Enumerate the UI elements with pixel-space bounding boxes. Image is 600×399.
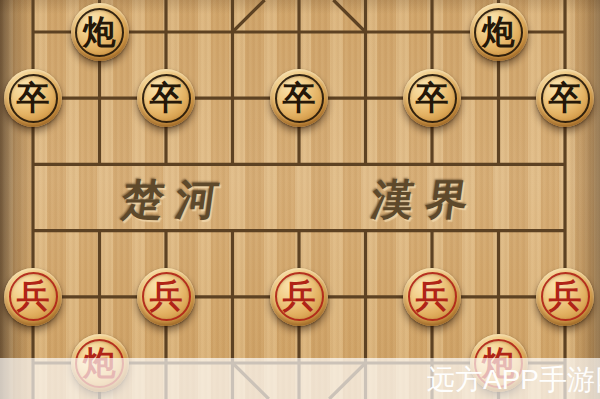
piece-glyph: 兵 (549, 279, 582, 312)
piece-red-soldier[interactable]: 兵 (270, 268, 328, 326)
piece-glyph: 卒 (283, 81, 316, 114)
piece-black-soldier[interactable]: 卒 (270, 69, 328, 127)
piece-glyph: 卒 (416, 81, 449, 114)
piece-glyph: 卒 (549, 81, 582, 114)
piece-red-soldier[interactable]: 兵 (4, 268, 62, 326)
piece-black-soldier[interactable]: 卒 (536, 69, 594, 127)
piece-glyph: 卒 (17, 81, 50, 114)
xiangqi-board: 楚河 漢界 炮炮卒卒卒卒卒兵兵兵兵兵炮炮 远方APP手游网 (0, 0, 600, 399)
piece-glyph: 兵 (150, 279, 183, 312)
piece-red-soldier[interactable]: 兵 (536, 268, 594, 326)
pieces-layer: 炮炮卒卒卒卒卒兵兵兵兵兵炮炮 (0, 0, 600, 399)
piece-glyph: 兵 (17, 279, 50, 312)
piece-black-soldier[interactable]: 卒 (403, 69, 461, 127)
piece-black-cannon[interactable]: 炮 (71, 3, 129, 61)
piece-black-cannon[interactable]: 炮 (470, 3, 528, 61)
piece-glyph: 兵 (283, 279, 316, 312)
watermark-text: 远方APP手游网 (427, 361, 600, 399)
piece-glyph: 炮 (482, 15, 515, 48)
piece-glyph: 炮 (83, 15, 116, 48)
piece-glyph: 卒 (150, 81, 183, 114)
piece-red-soldier[interactable]: 兵 (403, 268, 461, 326)
piece-black-soldier[interactable]: 卒 (137, 69, 195, 127)
piece-black-soldier[interactable]: 卒 (4, 69, 62, 127)
piece-glyph: 兵 (416, 279, 449, 312)
piece-red-soldier[interactable]: 兵 (137, 268, 195, 326)
